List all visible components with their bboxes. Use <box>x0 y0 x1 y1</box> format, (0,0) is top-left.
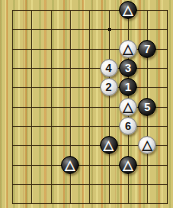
star-point-q16 <box>108 28 111 31</box>
triangle-mark-icon: △ <box>123 40 133 56</box>
stone-white-r15[interactable]: △ <box>119 40 137 58</box>
grid-line-horizontal <box>12 165 168 166</box>
stone-white-s10[interactable]: △ <box>138 136 156 154</box>
go-board[interactable]: △△74321△56△△△△ <box>0 0 173 208</box>
triangle-mark-icon: △ <box>123 98 133 114</box>
triangle-mark-icon: △ <box>104 137 114 153</box>
grid-line-horizontal <box>12 68 168 69</box>
stone-black-o9[interactable]: △ <box>61 156 79 174</box>
grid-line-horizontal <box>12 29 168 30</box>
stone-white-q14[interactable]: 4 <box>100 59 118 77</box>
stone-white-q13[interactable]: 2 <box>100 78 118 96</box>
stone-black-r9[interactable]: △ <box>119 156 137 174</box>
grid-line-horizontal <box>12 126 168 127</box>
grid-line-horizontal <box>12 10 168 11</box>
triangle-mark-icon: △ <box>123 156 133 172</box>
grid-line-horizontal <box>12 184 168 185</box>
triangle-mark-icon: △ <box>123 2 133 18</box>
move-number-label: 7 <box>144 40 150 58</box>
grid-line-horizontal <box>12 203 168 204</box>
stone-black-s12[interactable]: 5 <box>138 98 156 116</box>
grid-line-horizontal <box>12 87 168 88</box>
triangle-mark-icon: △ <box>65 156 75 172</box>
move-number-label: 3 <box>125 59 131 77</box>
stone-black-s15[interactable]: 7 <box>138 40 156 58</box>
stone-black-q10[interactable]: △ <box>100 136 118 154</box>
stone-white-r12[interactable]: △ <box>119 98 137 116</box>
triangle-mark-icon: △ <box>142 137 152 153</box>
move-number-label: 4 <box>106 59 112 77</box>
stone-black-r13[interactable]: 1 <box>119 78 137 96</box>
stone-black-r14[interactable]: 3 <box>119 59 137 77</box>
move-number-label: 5 <box>144 98 150 116</box>
move-number-label: 1 <box>125 78 131 96</box>
stone-black-r17[interactable]: △ <box>119 1 137 19</box>
move-number-label: 2 <box>106 78 112 96</box>
move-number-label: 6 <box>125 117 131 135</box>
stone-white-r11[interactable]: 6 <box>119 117 137 135</box>
